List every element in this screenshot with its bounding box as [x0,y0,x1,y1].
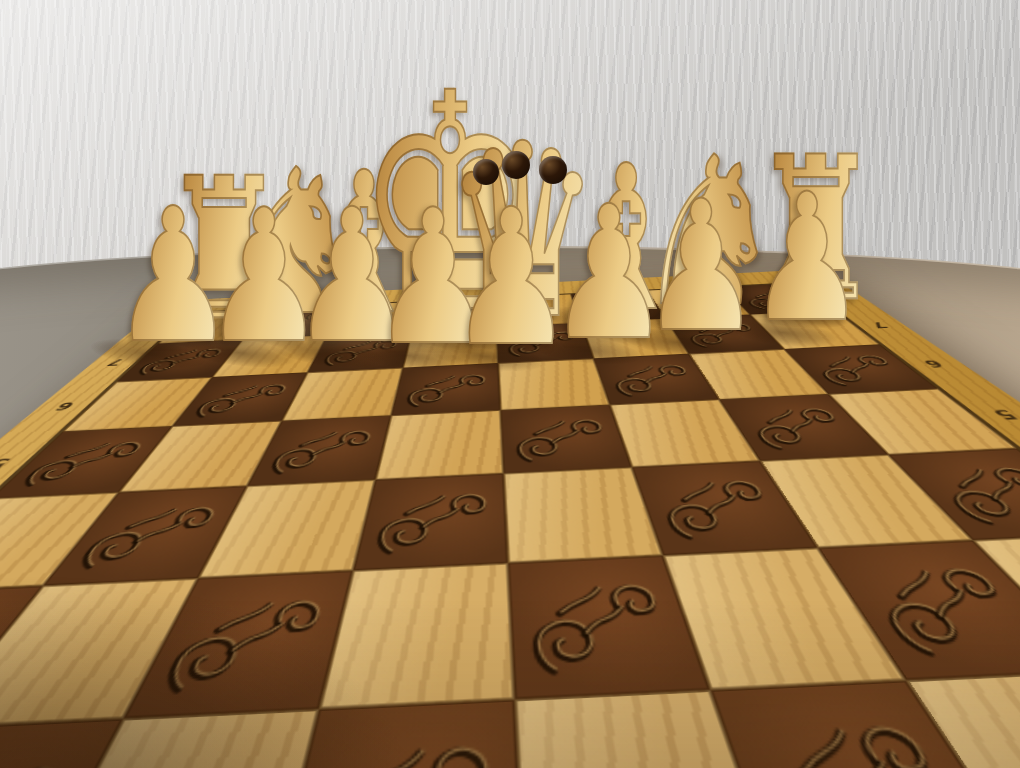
chess-board: 7657654 [137,229,883,768]
board-squares [0,283,1020,768]
spiral-ornament [575,292,660,321]
square-e5 [500,405,631,474]
spiral-ornament [314,333,407,370]
spiral-ornament [501,325,588,361]
square-d6 [391,363,500,415]
square-d8 [412,298,497,331]
square-d4 [353,473,508,570]
square-e6 [498,359,610,411]
spiral-ornament [417,300,492,330]
board-3d-plane: 7657654 [0,265,1020,768]
square-d5 [375,410,503,479]
spiral-ornament [0,729,108,768]
spiral-ornament [516,561,697,690]
photo-scene: 7657654 ♜♞♝♚♛♝♞♜♟♟♟♟♟♟♟♟ [0,0,1020,768]
spiral-ornament [362,478,499,565]
square-e7 [496,323,593,363]
square-d7 [403,327,498,368]
square-d3 [319,563,515,709]
spiral-ornament [506,408,623,469]
square-e8 [495,294,581,327]
spiral-ornament [397,366,494,413]
square-c8 [327,302,419,335]
